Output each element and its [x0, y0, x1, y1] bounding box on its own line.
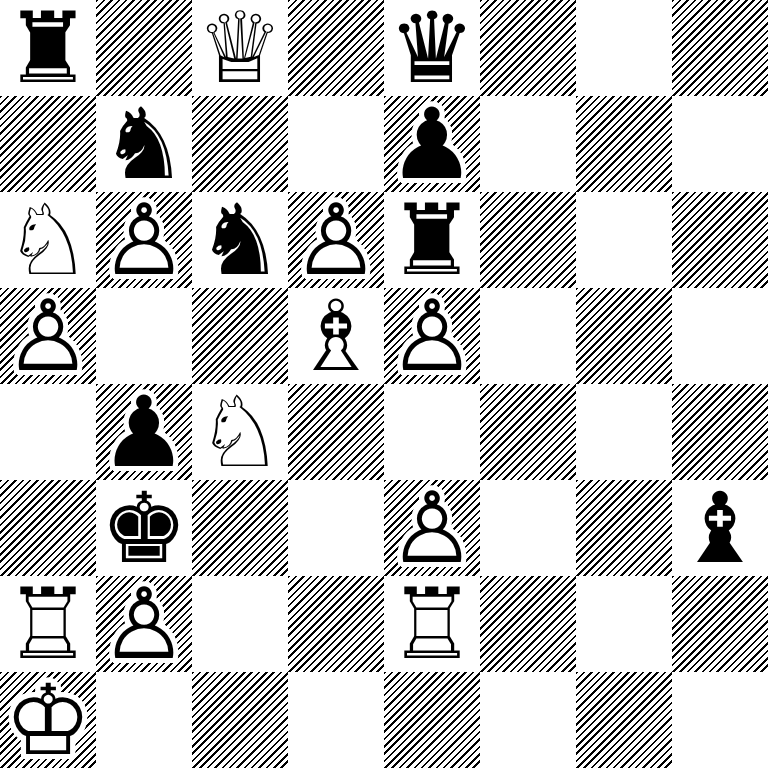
- square-e1[interactable]: [384, 672, 480, 768]
- square-b3[interactable]: ♚♚: [96, 480, 192, 576]
- square-b6[interactable]: ♟♙: [96, 192, 192, 288]
- white-knight-a6[interactable]: ♞♘: [0, 192, 96, 288]
- chess-board: ♜♜♛♕♛♛♞♞♟♟♞♘♟♙♞♞♟♙♜♜♟♙♝♗♟♙♟♟♞♘♚♚♟♙♝♝♜♖♟♙…: [0, 0, 768, 768]
- piece-glyph: ♞: [96, 96, 192, 192]
- square-e7[interactable]: ♟♟: [384, 96, 480, 192]
- piece-glyph: ♙: [384, 480, 480, 576]
- white-rook-e2[interactable]: ♜♖: [384, 576, 480, 672]
- square-g6[interactable]: [576, 192, 672, 288]
- square-c5[interactable]: [192, 288, 288, 384]
- white-pawn-a5[interactable]: ♟♙: [0, 288, 96, 384]
- black-bishop-h3[interactable]: ♝♝: [672, 480, 768, 576]
- square-b8[interactable]: [96, 0, 192, 96]
- piece-glyph: ♙: [384, 288, 480, 384]
- square-e8[interactable]: ♛♛: [384, 0, 480, 96]
- white-pawn-e5[interactable]: ♟♙: [384, 288, 480, 384]
- piece-glyph: ♗: [288, 288, 384, 384]
- black-pawn-b4[interactable]: ♟♟: [96, 384, 192, 480]
- square-e5[interactable]: ♟♙: [384, 288, 480, 384]
- square-c4[interactable]: ♞♘: [192, 384, 288, 480]
- piece-glyph: ♟: [96, 384, 192, 480]
- white-pawn-d6[interactable]: ♟♙: [288, 192, 384, 288]
- white-queen-c8[interactable]: ♛♕: [192, 0, 288, 96]
- square-h2[interactable]: [672, 576, 768, 672]
- black-rook-a8[interactable]: ♜♜: [0, 0, 96, 96]
- square-c7[interactable]: [192, 96, 288, 192]
- white-pawn-b6[interactable]: ♟♙: [96, 192, 192, 288]
- square-h3[interactable]: ♝♝: [672, 480, 768, 576]
- black-pawn-e7[interactable]: ♟♟: [384, 96, 480, 192]
- piece-glyph: ♟: [384, 96, 480, 192]
- square-g3[interactable]: [576, 480, 672, 576]
- square-f3[interactable]: [480, 480, 576, 576]
- white-bishop-d5[interactable]: ♝♗: [288, 288, 384, 384]
- piece-glyph: ♞: [192, 192, 288, 288]
- square-g8[interactable]: [576, 0, 672, 96]
- square-h6[interactable]: [672, 192, 768, 288]
- square-g7[interactable]: [576, 96, 672, 192]
- square-f4[interactable]: [480, 384, 576, 480]
- square-g5[interactable]: [576, 288, 672, 384]
- piece-glyph: ♝: [672, 480, 768, 576]
- square-a5[interactable]: ♟♙: [0, 288, 96, 384]
- piece-glyph: ♚: [96, 480, 192, 576]
- square-a8[interactable]: ♜♜: [0, 0, 96, 96]
- square-c3[interactable]: [192, 480, 288, 576]
- black-queen-e8[interactable]: ♛♛: [384, 0, 480, 96]
- square-d8[interactable]: [288, 0, 384, 96]
- square-f5[interactable]: [480, 288, 576, 384]
- square-d1[interactable]: [288, 672, 384, 768]
- square-e3[interactable]: ♟♙: [384, 480, 480, 576]
- square-b5[interactable]: [96, 288, 192, 384]
- square-f2[interactable]: [480, 576, 576, 672]
- square-c6[interactable]: ♞♞: [192, 192, 288, 288]
- square-d6[interactable]: ♟♙: [288, 192, 384, 288]
- square-e2[interactable]: ♜♖: [384, 576, 480, 672]
- piece-glyph: ♙: [96, 192, 192, 288]
- square-h7[interactable]: [672, 96, 768, 192]
- piece-glyph: ♙: [288, 192, 384, 288]
- square-h1[interactable]: [672, 672, 768, 768]
- square-a1[interactable]: ♚♔: [0, 672, 96, 768]
- square-b2[interactable]: ♟♙: [96, 576, 192, 672]
- square-f8[interactable]: [480, 0, 576, 96]
- square-h4[interactable]: [672, 384, 768, 480]
- square-d2[interactable]: [288, 576, 384, 672]
- piece-glyph: ♜: [0, 0, 96, 96]
- square-b7[interactable]: ♞♞: [96, 96, 192, 192]
- square-g2[interactable]: [576, 576, 672, 672]
- square-d4[interactable]: [288, 384, 384, 480]
- black-knight-c6[interactable]: ♞♞: [192, 192, 288, 288]
- square-h8[interactable]: [672, 0, 768, 96]
- square-e4[interactable]: [384, 384, 480, 480]
- square-a7[interactable]: [0, 96, 96, 192]
- square-a4[interactable]: [0, 384, 96, 480]
- black-knight-b7[interactable]: ♞♞: [96, 96, 192, 192]
- square-b1[interactable]: [96, 672, 192, 768]
- white-pawn-b2[interactable]: ♟♙: [96, 576, 192, 672]
- square-d7[interactable]: [288, 96, 384, 192]
- square-d3[interactable]: [288, 480, 384, 576]
- piece-glyph: ♛: [384, 0, 480, 96]
- piece-glyph: ♔: [0, 672, 96, 768]
- piece-glyph: ♜: [384, 192, 480, 288]
- piece-glyph: ♙: [96, 576, 192, 672]
- square-g4[interactable]: [576, 384, 672, 480]
- square-h5[interactable]: [672, 288, 768, 384]
- square-a6[interactable]: ♞♘: [0, 192, 96, 288]
- white-king-a1[interactable]: ♚♔: [0, 672, 96, 768]
- piece-glyph: ♙: [0, 288, 96, 384]
- white-knight-c4[interactable]: ♞♘: [192, 384, 288, 480]
- piece-glyph: ♖: [0, 576, 96, 672]
- white-pawn-e3[interactable]: ♟♙: [384, 480, 480, 576]
- square-a2[interactable]: ♜♖: [0, 576, 96, 672]
- piece-glyph: ♕: [192, 0, 288, 96]
- square-e6[interactable]: ♜♜: [384, 192, 480, 288]
- square-c8[interactable]: ♛♕: [192, 0, 288, 96]
- square-c2[interactable]: [192, 576, 288, 672]
- piece-glyph: ♖: [384, 576, 480, 672]
- square-g1[interactable]: [576, 672, 672, 768]
- square-f1[interactable]: [480, 672, 576, 768]
- square-a3[interactable]: [0, 480, 96, 576]
- square-d5[interactable]: ♝♗: [288, 288, 384, 384]
- black-king-b3[interactable]: ♚♚: [96, 480, 192, 576]
- square-f6[interactable]: [480, 192, 576, 288]
- piece-glyph: ♘: [192, 384, 288, 480]
- black-rook-e6[interactable]: ♜♜: [384, 192, 480, 288]
- piece-glyph: ♘: [0, 192, 96, 288]
- square-f7[interactable]: [480, 96, 576, 192]
- square-b4[interactable]: ♟♟: [96, 384, 192, 480]
- white-rook-a2[interactable]: ♜♖: [0, 576, 96, 672]
- square-c1[interactable]: [192, 672, 288, 768]
